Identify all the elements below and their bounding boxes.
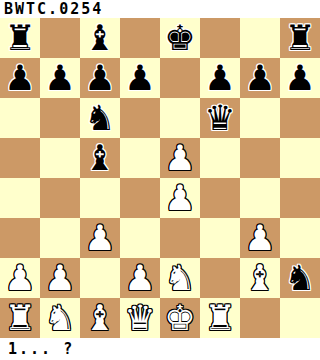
- square-h4[interactable]: [280, 178, 320, 218]
- white-pawn-icon: ♟: [124, 261, 155, 296]
- square-c2[interactable]: [80, 258, 120, 298]
- black-rook-icon: ♜: [4, 21, 35, 56]
- square-b4[interactable]: [40, 178, 80, 218]
- square-h7[interactable]: ♟: [280, 58, 320, 98]
- move-prompt: 1... ?: [8, 339, 74, 359]
- square-b8[interactable]: [40, 18, 80, 58]
- square-d6[interactable]: [120, 98, 160, 138]
- square-g5[interactable]: [240, 138, 280, 178]
- square-a2[interactable]: ♟: [0, 258, 40, 298]
- white-pawn-icon: ♟: [164, 181, 195, 216]
- black-bishop-icon: ♝: [84, 141, 115, 176]
- square-f6[interactable]: ♛: [200, 98, 240, 138]
- black-queen-icon: ♛: [204, 101, 235, 136]
- square-d4[interactable]: [120, 178, 160, 218]
- square-f8[interactable]: [200, 18, 240, 58]
- black-pawn-icon: ♟: [124, 61, 155, 96]
- square-h8[interactable]: ♜: [280, 18, 320, 58]
- square-b1[interactable]: ♞: [40, 298, 80, 338]
- square-g1[interactable]: [240, 298, 280, 338]
- square-b5[interactable]: [40, 138, 80, 178]
- square-g4[interactable]: [240, 178, 280, 218]
- square-h6[interactable]: [280, 98, 320, 138]
- square-e7[interactable]: [160, 58, 200, 98]
- square-e8[interactable]: ♚: [160, 18, 200, 58]
- square-e5[interactable]: ♟: [160, 138, 200, 178]
- white-pawn-icon: ♟: [44, 261, 75, 296]
- white-rook-icon: ♜: [204, 301, 235, 336]
- square-c6[interactable]: ♞: [80, 98, 120, 138]
- black-king-icon: ♚: [164, 21, 195, 56]
- black-knight-icon: ♞: [84, 101, 115, 136]
- square-c7[interactable]: ♟: [80, 58, 120, 98]
- square-f5[interactable]: [200, 138, 240, 178]
- square-c4[interactable]: [80, 178, 120, 218]
- puzzle-id-title: BWTC.0254: [4, 0, 103, 18]
- black-rook-icon: ♜: [284, 21, 315, 56]
- square-c1[interactable]: ♝: [80, 298, 120, 338]
- square-f4[interactable]: [200, 178, 240, 218]
- white-bishop-icon: ♝: [244, 261, 275, 296]
- square-d1[interactable]: ♛: [120, 298, 160, 338]
- square-d5[interactable]: [120, 138, 160, 178]
- square-h3[interactable]: [280, 218, 320, 258]
- black-pawn-icon: ♟: [204, 61, 235, 96]
- square-e3[interactable]: [160, 218, 200, 258]
- square-d2[interactable]: ♟: [120, 258, 160, 298]
- black-pawn-icon: ♟: [44, 61, 75, 96]
- square-a7[interactable]: ♟: [0, 58, 40, 98]
- white-rook-icon: ♜: [4, 301, 35, 336]
- square-f1[interactable]: ♜: [200, 298, 240, 338]
- square-b3[interactable]: [40, 218, 80, 258]
- square-e4[interactable]: ♟: [160, 178, 200, 218]
- black-pawn-icon: ♟: [84, 61, 115, 96]
- square-h2[interactable]: ♞: [280, 258, 320, 298]
- square-a6[interactable]: [0, 98, 40, 138]
- square-e6[interactable]: [160, 98, 200, 138]
- square-h5[interactable]: [280, 138, 320, 178]
- white-queen-icon: ♛: [124, 301, 155, 336]
- square-g6[interactable]: [240, 98, 280, 138]
- black-knight-icon: ♞: [284, 261, 315, 296]
- white-pawn-icon: ♟: [84, 221, 115, 256]
- white-knight-icon: ♞: [164, 261, 195, 296]
- white-king-icon: ♚: [164, 301, 195, 336]
- square-b2[interactable]: ♟: [40, 258, 80, 298]
- square-g2[interactable]: ♝: [240, 258, 280, 298]
- square-c5[interactable]: ♝: [80, 138, 120, 178]
- square-f3[interactable]: [200, 218, 240, 258]
- square-a4[interactable]: [0, 178, 40, 218]
- square-a3[interactable]: [0, 218, 40, 258]
- square-d3[interactable]: [120, 218, 160, 258]
- square-d7[interactable]: ♟: [120, 58, 160, 98]
- black-pawn-icon: ♟: [244, 61, 275, 96]
- square-h1[interactable]: [280, 298, 320, 338]
- white-pawn-icon: ♟: [164, 141, 195, 176]
- white-pawn-icon: ♟: [4, 261, 35, 296]
- square-b7[interactable]: ♟: [40, 58, 80, 98]
- square-a1[interactable]: ♜: [0, 298, 40, 338]
- white-knight-icon: ♞: [44, 301, 75, 336]
- square-c8[interactable]: ♝: [80, 18, 120, 58]
- square-e2[interactable]: ♞: [160, 258, 200, 298]
- black-pawn-icon: ♟: [4, 61, 35, 96]
- square-e1[interactable]: ♚: [160, 298, 200, 338]
- square-a5[interactable]: [0, 138, 40, 178]
- square-f2[interactable]: [200, 258, 240, 298]
- white-bishop-icon: ♝: [84, 301, 115, 336]
- square-g7[interactable]: ♟: [240, 58, 280, 98]
- square-d8[interactable]: [120, 18, 160, 58]
- black-bishop-icon: ♝: [84, 21, 115, 56]
- square-a8[interactable]: ♜: [0, 18, 40, 58]
- chess-board: ♜♝♚♜♟♟♟♟♟♟♟♞♛♝♟♟♟♟♟♟♟♞♝♞♜♞♝♛♚♜: [0, 18, 320, 338]
- square-c3[interactable]: ♟: [80, 218, 120, 258]
- square-f7[interactable]: ♟: [200, 58, 240, 98]
- black-pawn-icon: ♟: [284, 61, 315, 96]
- white-pawn-icon: ♟: [244, 221, 275, 256]
- square-g3[interactable]: ♟: [240, 218, 280, 258]
- square-g8[interactable]: [240, 18, 280, 58]
- square-b6[interactable]: [40, 98, 80, 138]
